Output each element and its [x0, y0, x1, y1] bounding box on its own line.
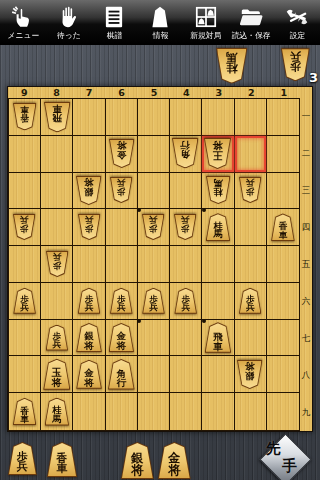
square-5四[interactable]: 歩兵	[138, 209, 170, 246]
square-3四[interactable]: 桂馬	[202, 209, 234, 246]
sente-piece-P[interactable]: 歩兵	[46, 325, 69, 351]
gote-piece-P[interactable]: 歩兵	[281, 48, 310, 81]
square-1八[interactable]	[267, 356, 299, 393]
square-4六[interactable]: 歩兵	[170, 283, 202, 320]
toolbar-item-メニュー[interactable]: メニュー	[0, 0, 46, 44]
square-7四[interactable]: 歩兵	[73, 209, 105, 246]
square-5三[interactable]	[138, 173, 170, 210]
square-3五[interactable]	[202, 246, 234, 283]
gote-piece-K[interactable]: 王将	[204, 138, 231, 169]
square-9六[interactable]: 歩兵	[9, 283, 41, 320]
file-label-7: 7	[73, 87, 105, 98]
shogi-board: 987654321 一二三四五六七八九 香車飛車金将角行王将銀将歩兵桂馬歩兵歩兵…	[7, 86, 313, 432]
square-1五[interactable]	[267, 246, 299, 283]
square-6一[interactable]	[106, 99, 138, 136]
square-3三[interactable]: 桂馬	[202, 173, 234, 210]
square-2二[interactable]	[235, 136, 267, 173]
gote-piece-S[interactable]: 銀将	[237, 360, 263, 389]
sente-piece-J[interactable]: 玉将	[43, 359, 70, 390]
square-3二[interactable]: 王将	[202, 136, 234, 173]
square-7三[interactable]: 銀将	[73, 173, 105, 210]
square-1一[interactable]	[267, 99, 299, 136]
gote-piece-R[interactable]: 飛車	[44, 102, 71, 133]
square-7六[interactable]: 歩兵	[73, 283, 105, 320]
square-8二[interactable]	[41, 136, 73, 173]
square-7一[interactable]	[73, 99, 105, 136]
rank-label-五: 五	[300, 246, 312, 283]
toolbar-item-label: 読込・保存	[232, 30, 271, 41]
square-2一[interactable]	[235, 99, 267, 136]
file-label-4: 4	[170, 87, 202, 98]
square-8八[interactable]: 玉将	[41, 356, 73, 393]
square-6六[interactable]: 歩兵	[106, 283, 138, 320]
square-8九[interactable]: 桂馬	[41, 393, 73, 430]
square-9一[interactable]: 香車	[9, 99, 41, 136]
square-8六[interactable]	[41, 283, 73, 320]
toolbar-item-label: 待った	[57, 30, 81, 41]
info-piece-icon	[147, 4, 173, 30]
square-5八[interactable]	[138, 356, 170, 393]
sente-piece-P[interactable]: 歩兵	[110, 288, 133, 314]
rank-label-一: 一	[300, 98, 312, 135]
rank-labels: 一二三四五六七八九	[300, 98, 312, 431]
file-label-2: 2	[235, 87, 267, 98]
gote-piece-L[interactable]: 香車	[13, 103, 37, 131]
toolbar-item-情報[interactable]: 情報	[137, 0, 183, 44]
square-8七[interactable]: 歩兵	[41, 320, 73, 357]
sente-piece-P[interactable]: 歩兵	[239, 288, 262, 314]
sente-piece-L[interactable]: 香車	[47, 442, 77, 477]
file-label-8: 8	[40, 87, 72, 98]
square-2五[interactable]	[235, 246, 267, 283]
square-3七[interactable]: 飛車	[202, 320, 234, 357]
sente-piece-N[interactable]: 桂馬	[206, 213, 231, 241]
square-5九[interactable]	[138, 393, 170, 430]
square-4七[interactable]	[170, 320, 202, 357]
square-7五[interactable]	[73, 246, 105, 283]
badge-char-手: 手	[282, 457, 297, 476]
toolbar: メニュー待った棋譜情報新規対局読込・保存設定	[0, 0, 320, 45]
gote-piece-N[interactable]: 桂馬	[206, 176, 231, 204]
gote-piece-P[interactable]: 歩兵	[239, 177, 262, 203]
square-8五[interactable]: 歩兵	[41, 246, 73, 283]
kifu-document-icon	[101, 4, 127, 30]
toolbar-item-新規対局[interactable]: 新規対局	[183, 0, 229, 44]
rank-label-四: 四	[300, 209, 312, 246]
new-game-icon	[193, 4, 219, 30]
square-4四[interactable]: 歩兵	[170, 209, 202, 246]
square-7七[interactable]: 銀将	[73, 320, 105, 357]
sente-piece-R[interactable]: 飛車	[205, 322, 232, 353]
settings-tools-icon	[284, 4, 310, 30]
gote-captured-tray: 桂馬歩兵3	[0, 44, 320, 86]
square-4三[interactable]	[170, 173, 202, 210]
gote-hand-count: 3	[309, 70, 318, 85]
square-6七[interactable]: 金将	[106, 320, 138, 357]
sente-piece-P[interactable]: 歩兵	[142, 288, 165, 314]
gote-hand-P[interactable]: 歩兵	[281, 48, 310, 81]
square-4八[interactable]	[170, 356, 202, 393]
rank-label-九: 九	[300, 394, 312, 431]
square-9三[interactable]	[9, 173, 41, 210]
square-7九[interactable]	[73, 393, 105, 430]
square-5七[interactable]	[138, 320, 170, 357]
menu-tap-icon	[10, 4, 36, 30]
sente-piece-P[interactable]: 歩兵	[174, 288, 197, 314]
sente-piece-L[interactable]: 香車	[271, 213, 295, 241]
square-9九[interactable]: 香車	[9, 393, 41, 430]
toolbar-item-設定[interactable]: 設定	[274, 0, 320, 44]
sente-turn-badge: 先手	[258, 437, 310, 480]
square-6二[interactable]: 金将	[106, 136, 138, 173]
gote-piece-P[interactable]: 歩兵	[78, 214, 101, 240]
toolbar-item-label: 情報	[152, 30, 168, 41]
gote-piece-P[interactable]: 歩兵	[46, 251, 69, 277]
square-5二[interactable]	[138, 136, 170, 173]
square-2四[interactable]	[235, 209, 267, 246]
file-label-1: 1	[268, 87, 300, 98]
toolbar-item-棋譜[interactable]: 棋譜	[91, 0, 137, 44]
square-9四[interactable]: 歩兵	[9, 209, 41, 246]
square-2三[interactable]: 歩兵	[235, 173, 267, 210]
square-8一[interactable]: 飛車	[41, 99, 73, 136]
rank-label-八: 八	[300, 357, 312, 394]
square-1四[interactable]: 香車	[267, 209, 299, 246]
rank-label-二: 二	[300, 135, 312, 172]
gote-piece-S[interactable]: 銀将	[76, 176, 102, 205]
square-5六[interactable]: 歩兵	[138, 283, 170, 320]
toolbar-item-label: 棋譜	[106, 30, 122, 41]
square-6四[interactable]	[106, 209, 138, 246]
square-1二[interactable]	[267, 136, 299, 173]
square-8三[interactable]	[41, 173, 73, 210]
file-label-3: 3	[203, 87, 235, 98]
square-4二[interactable]: 角行	[170, 136, 202, 173]
square-2七[interactable]	[235, 320, 267, 357]
gote-hand-N[interactable]: 桂馬	[216, 48, 247, 84]
gote-piece-N[interactable]: 桂馬	[216, 48, 247, 84]
square-9五[interactable]	[9, 246, 41, 283]
sente-piece-B[interactable]: 角行	[108, 359, 135, 390]
toolbar-item-待った[interactable]: 待った	[46, 0, 92, 44]
gote-piece-P[interactable]: 歩兵	[142, 214, 165, 240]
square-4五[interactable]	[170, 246, 202, 283]
sente-piece-S[interactable]: 銀将	[121, 442, 154, 479]
square-9七[interactable]	[9, 320, 41, 357]
sente-piece-L[interactable]: 香車	[13, 398, 37, 426]
sente-hand-G[interactable]: 金将	[158, 442, 191, 479]
square-1三[interactable]	[267, 173, 299, 210]
square-1七[interactable]	[267, 320, 299, 357]
gote-piece-G[interactable]: 金将	[109, 139, 135, 168]
square-2六[interactable]: 歩兵	[235, 283, 267, 320]
square-7二[interactable]	[73, 136, 105, 173]
sente-piece-G[interactable]: 金将	[158, 442, 191, 479]
toolbar-item-label: 設定	[289, 30, 305, 41]
rank-label-三: 三	[300, 172, 312, 209]
square-6九[interactable]	[106, 393, 138, 430]
file-labels: 987654321	[8, 87, 300, 98]
gote-piece-P[interactable]: 歩兵	[174, 214, 197, 240]
square-7八[interactable]: 金将	[73, 356, 105, 393]
square-6八[interactable]: 角行	[106, 356, 138, 393]
board-grid: 香車飛車金将角行王将銀将歩兵桂馬歩兵歩兵歩兵歩兵歩兵桂馬香車歩兵歩兵歩兵歩兵歩兵…	[8, 98, 300, 431]
square-3六[interactable]	[202, 283, 234, 320]
file-label-5: 5	[138, 87, 170, 98]
sente-hand-S[interactable]: 銀将	[121, 442, 154, 479]
toolbar-item-label: メニュー	[7, 30, 39, 41]
square-8四[interactable]	[41, 209, 73, 246]
badge-char-先: 先	[266, 439, 281, 458]
square-5五[interactable]	[138, 246, 170, 283]
gote-piece-B[interactable]: 角行	[172, 138, 199, 169]
square-3八[interactable]	[202, 356, 234, 393]
sente-piece-S[interactable]: 銀将	[76, 323, 102, 352]
file-label-9: 9	[8, 87, 40, 98]
square-9八[interactable]	[9, 356, 41, 393]
rank-label-七: 七	[300, 320, 312, 357]
square-4一[interactable]	[170, 99, 202, 136]
square-6三[interactable]: 歩兵	[106, 173, 138, 210]
sente-hand-P[interactable]: 歩兵	[8, 442, 37, 475]
toolbar-item-読込・保存[interactable]: 読込・保存	[229, 0, 275, 44]
square-2九[interactable]	[235, 393, 267, 430]
gote-piece-P[interactable]: 歩兵	[110, 177, 133, 203]
sente-piece-P[interactable]: 歩兵	[8, 442, 37, 475]
sente-piece-G[interactable]: 金将	[109, 323, 135, 352]
square-1六[interactable]	[267, 283, 299, 320]
square-1九[interactable]	[267, 393, 299, 430]
wait-hand-icon	[56, 4, 82, 30]
sente-hand-L[interactable]: 香車	[47, 442, 77, 477]
toolbar-item-label: 新規対局	[190, 30, 221, 41]
sente-piece-G[interactable]: 金将	[76, 360, 102, 389]
sente-piece-P[interactable]: 歩兵	[78, 288, 101, 314]
square-2八[interactable]: 銀将	[235, 356, 267, 393]
square-4九[interactable]	[170, 393, 202, 430]
square-5一[interactable]	[138, 99, 170, 136]
file-label-6: 6	[105, 87, 137, 98]
rank-label-六: 六	[300, 283, 312, 320]
square-3一[interactable]	[202, 99, 234, 136]
gote-piece-P[interactable]: 歩兵	[13, 214, 36, 240]
sente-piece-P[interactable]: 歩兵	[13, 288, 36, 314]
load-save-folder-icon	[238, 4, 264, 30]
sente-piece-N[interactable]: 桂馬	[45, 398, 70, 426]
shogi-app: メニュー待った棋譜情報新規対局読込・保存設定 桂馬歩兵3 987654321 一…	[0, 0, 320, 480]
square-9二[interactable]	[9, 136, 41, 173]
square-3九[interactable]	[202, 393, 234, 430]
square-6五[interactable]	[106, 246, 138, 283]
